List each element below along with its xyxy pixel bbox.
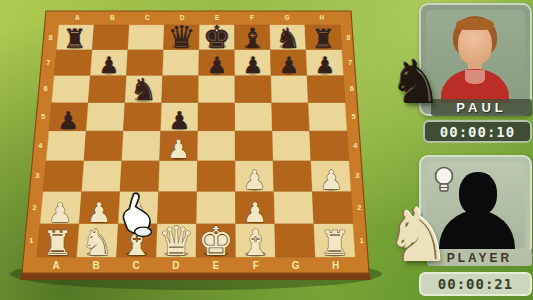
piece-white-pawn-f3[interactable]: ♟ <box>243 165 266 195</box>
rank-label-left-3: 3 <box>35 171 39 180</box>
square-c4[interactable] <box>122 131 161 161</box>
piece-black-pawn-g7[interactable]: ♟ <box>279 52 299 78</box>
square-b4[interactable] <box>84 131 123 161</box>
white-knight-icon: ♞ <box>385 198 451 272</box>
square-g5[interactable] <box>272 102 310 130</box>
piece-white-bishop-f1[interactable]: ♝ <box>240 222 272 263</box>
rank-label-right-8: 8 <box>346 33 350 42</box>
square-e5[interactable] <box>198 102 235 130</box>
piece-black-pawn-f7[interactable]: ♟ <box>243 52 263 78</box>
square-c8[interactable] <box>128 25 164 50</box>
square-d3[interactable] <box>159 160 198 191</box>
square-b6[interactable] <box>88 75 126 102</box>
piece-white-pawn-d4[interactable]: ♟ <box>167 135 190 164</box>
square-a4[interactable] <box>46 131 86 161</box>
piece-black-pawn-a5[interactable]: ♟ <box>57 106 79 135</box>
piece-white-rook-h1[interactable]: ♜ <box>320 223 350 263</box>
rank-label-left-2: 2 <box>32 203 36 212</box>
square-a3[interactable] <box>43 160 84 191</box>
file-label-top-h: H <box>320 14 325 21</box>
square-c3[interactable] <box>120 160 160 191</box>
piece-black-rook-h8[interactable]: ♜ <box>312 23 336 54</box>
file-label-top-f: F <box>250 14 254 21</box>
file-label-top-b: B <box>110 14 115 21</box>
opponent-timer: 00:00:10 <box>423 120 532 143</box>
piece-black-pawn-e7[interactable]: ♟ <box>207 52 227 78</box>
file-label-top-c: C <box>145 14 150 21</box>
portrait-fringe <box>456 18 494 30</box>
opponent-name: PAUL <box>431 99 532 116</box>
square-g4[interactable] <box>272 131 311 161</box>
piece-white-queen-d1[interactable]: ♛ <box>158 218 194 264</box>
rank-label-left-7: 7 <box>46 58 50 67</box>
rank-label-left-1: 1 <box>29 236 33 245</box>
piece-black-pawn-b7[interactable]: ♟ <box>99 52 119 78</box>
square-e4[interactable] <box>198 131 236 161</box>
rank-label-left-6: 6 <box>44 84 48 93</box>
file-label-top-a: A <box>75 14 80 21</box>
rank-label-right-1: 1 <box>359 236 363 245</box>
square-d6[interactable] <box>162 75 199 102</box>
piece-white-pawn-h3[interactable]: ♟ <box>319 165 342 195</box>
piece-black-king-e8[interactable]: ♚ <box>203 19 231 55</box>
piece-black-knight-c6[interactable]: ♞ <box>130 72 157 107</box>
rank-label-right-2: 2 <box>357 203 361 212</box>
piece-black-knight-g8[interactable]: ♞ <box>275 22 300 55</box>
game-screen: AABBCCDDEEFFGGHH1122334455667788♜♛♚♝♞♜♟♟… <box>0 0 533 300</box>
square-h5[interactable] <box>308 102 347 130</box>
file-label-top-g: G <box>284 14 289 21</box>
square-b8[interactable] <box>92 25 129 50</box>
black-knight-icon: ♞ <box>389 52 443 112</box>
board-front-edge <box>20 273 371 280</box>
square-g6[interactable] <box>271 75 308 102</box>
square-h2[interactable] <box>312 191 353 223</box>
square-f6[interactable] <box>235 75 272 102</box>
rank-label-right-6: 6 <box>350 84 354 93</box>
piece-white-rook-a1[interactable]: ♜ <box>42 223 72 263</box>
square-g3[interactable] <box>273 160 312 191</box>
square-f4[interactable] <box>235 131 273 161</box>
square-e6[interactable] <box>198 75 235 102</box>
light-bulb-icon[interactable] <box>433 165 457 195</box>
piece-white-king-e1[interactable]: ♚ <box>198 218 234 264</box>
rank-label-left-8: 8 <box>49 33 53 42</box>
square-b5[interactable] <box>86 102 125 130</box>
file-label-bottom-g: G <box>292 260 300 271</box>
square-a6[interactable] <box>52 75 91 102</box>
square-h4[interactable] <box>310 131 349 161</box>
rank-label-right-5: 5 <box>351 112 355 121</box>
piece-black-pawn-d5[interactable]: ♟ <box>168 106 190 135</box>
square-e3[interactable] <box>197 160 235 191</box>
piece-black-bishop-f8[interactable]: ♝ <box>240 22 265 55</box>
piece-white-knight-b1[interactable]: ♞ <box>81 222 113 263</box>
square-f5[interactable] <box>235 102 272 130</box>
piece-black-pawn-h7[interactable]: ♟ <box>315 52 335 78</box>
rank-label-right-7: 7 <box>348 58 352 67</box>
piece-black-queen-d8[interactable]: ♛ <box>167 19 195 55</box>
rank-label-left-5: 5 <box>41 112 45 121</box>
portrait-shirt <box>465 70 485 84</box>
square-g1[interactable] <box>275 224 316 258</box>
square-b3[interactable] <box>82 160 122 191</box>
piece-black-rook-a8[interactable]: ♜ <box>63 23 87 54</box>
square-h6[interactable] <box>307 75 345 102</box>
rank-label-right-3: 3 <box>355 171 359 180</box>
square-g2[interactable] <box>274 191 314 223</box>
